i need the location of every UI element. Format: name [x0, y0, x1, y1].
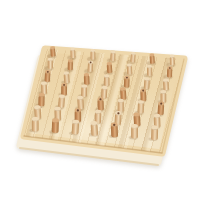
peg-cap [48, 58, 53, 61]
peg-cap [77, 96, 83, 100]
peg-hole [143, 132, 166, 146]
peg [104, 76, 109, 86]
peg-cap [95, 110, 101, 114]
peg [111, 125, 118, 138]
peg-cap [107, 63, 112, 66]
peg-cap [104, 74, 109, 77]
peg-cap [32, 117, 38, 121]
peg-cap [134, 112, 140, 116]
peg-cap [111, 51, 115, 54]
peg-cap [64, 71, 69, 75]
peg-cap [127, 64, 132, 67]
peg-cap [152, 126, 158, 130]
peg-cap [120, 87, 126, 91]
peg-cap [52, 118, 58, 122]
peg [84, 74, 89, 84]
peg-cap [138, 101, 144, 105]
peg-cap [34, 105, 40, 109]
peg [50, 48, 55, 57]
peg-cap [163, 79, 168, 83]
peg [150, 55, 155, 64]
peg-cap [50, 47, 55, 50]
peg [64, 73, 70, 83]
peg [91, 51, 95, 60]
peg [52, 120, 59, 133]
peg-cap [39, 94, 45, 98]
peg-cap [150, 54, 155, 57]
peg [88, 63, 93, 73]
peg [72, 122, 79, 135]
peg [111, 52, 116, 61]
peg-cap [91, 50, 95, 53]
peg-cap [82, 85, 87, 89]
peg [48, 60, 53, 69]
peg-grid [24, 49, 184, 146]
peg-cap [102, 86, 108, 90]
peg [170, 56, 175, 65]
peg-cap [84, 73, 89, 76]
product-photo-canvas [0, 0, 200, 200]
peg [91, 123, 98, 136]
peg [71, 49, 76, 58]
peg-cap [170, 55, 174, 58]
peg [130, 54, 135, 63]
peg-cap [41, 82, 46, 86]
peg [32, 119, 38, 131]
peg-cap [145, 77, 150, 81]
peg-cap [91, 121, 97, 125]
peg-cap [71, 48, 75, 51]
peg [118, 101, 124, 112]
peg [107, 64, 112, 74]
peg-cap [59, 95, 65, 99]
peg [127, 65, 132, 75]
peg-cap [73, 120, 79, 124]
peg [147, 67, 152, 76]
peg-cap [118, 99, 124, 103]
peg-cap [154, 114, 160, 118]
peg [68, 61, 73, 71]
peg-cap [55, 107, 61, 111]
peg-cap [68, 60, 73, 63]
peg-cap [147, 66, 152, 69]
peg-cap [131, 52, 136, 55]
peg-cap [131, 124, 137, 128]
peg-cap [161, 90, 166, 93]
peg [163, 80, 169, 90]
peg [124, 77, 129, 87]
peg [131, 126, 137, 138]
peg [167, 68, 172, 78]
peg [151, 127, 158, 140]
